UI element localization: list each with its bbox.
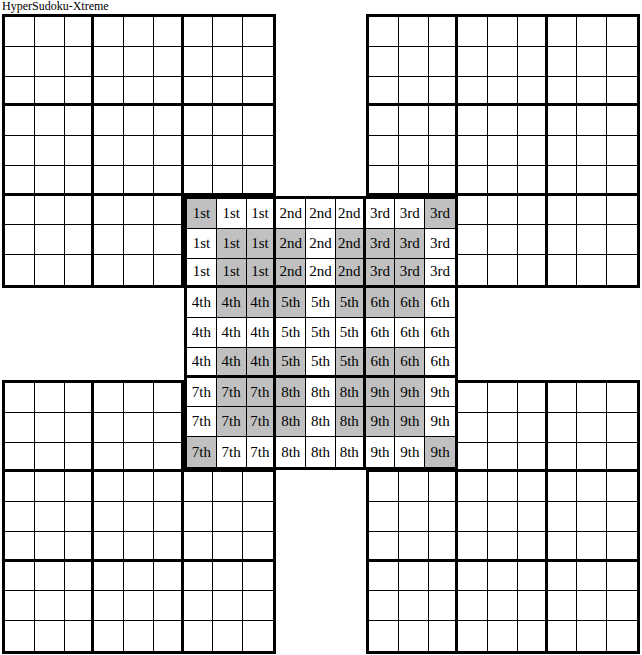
grid-bottom-right-cell-r2c8[interactable] — [577, 413, 607, 443]
grid-center-cell-r8c5[interactable]: 8th — [306, 407, 336, 437]
grid-bottom-right-cell-r8c5[interactable] — [488, 591, 518, 621]
grid-top-right-cell-r7c8[interactable] — [577, 196, 607, 226]
grid-top-left-cell-r2c3[interactable] — [65, 47, 95, 77]
grid-bottom-left-cell-r3c5[interactable] — [124, 443, 154, 473]
grid-center-cell-r6c3[interactable]: 4th — [247, 348, 277, 378]
grid-top-right-cell-r8c9[interactable] — [607, 225, 637, 255]
grid-bottom-left-cell-r7c9[interactable] — [243, 562, 273, 592]
grid-bottom-right-cell-r7c6[interactable] — [518, 562, 548, 592]
grid-top-left-cell-r4c6[interactable] — [154, 106, 184, 136]
grid-center-cell-r6c5[interactable]: 5th — [306, 348, 336, 378]
grid-bottom-right-cell-r3c4[interactable] — [458, 443, 488, 473]
grid-top-right-cell-r8c8[interactable] — [577, 225, 607, 255]
grid-top-left-cell-r3c9[interactable] — [243, 77, 273, 107]
grid-center-cell-r2c7[interactable]: 3rd — [366, 229, 396, 259]
grid-bottom-left-cell-r1c1[interactable] — [5, 383, 35, 413]
grid-top-left-cell-r1c6[interactable] — [154, 17, 184, 47]
grid-bottom-right-cell-r8c8[interactable] — [577, 591, 607, 621]
grid-center-cell-r6c4[interactable]: 5th — [276, 348, 306, 378]
grid-bottom-left-cell-r1c3[interactable] — [65, 383, 95, 413]
grid-center-cell-r8c9[interactable]: 9th — [425, 407, 455, 437]
grid-bottom-right-cell-r5c4[interactable] — [458, 502, 488, 532]
grid-top-right-cell-r3c7[interactable] — [548, 77, 578, 107]
grid-bottom-left-cell-r2c2[interactable] — [35, 413, 65, 443]
grid-bottom-left-cell-r4c4[interactable] — [94, 472, 124, 502]
grid-bottom-left-cell-r5c9[interactable] — [243, 502, 273, 532]
grid-top-right-cell-r3c8[interactable] — [577, 77, 607, 107]
grid-top-right-cell-r1c7[interactable] — [548, 17, 578, 47]
grid-top-right-cell-r6c7[interactable] — [548, 166, 578, 196]
grid-bottom-left-cell-r5c4[interactable] — [94, 502, 124, 532]
grid-bottom-right-cell-r6c2[interactable] — [399, 532, 429, 562]
grid-center-cell-r9c2[interactable]: 7th — [217, 437, 247, 467]
grid-top-right-cell-r1c1[interactable] — [369, 17, 399, 47]
grid-bottom-left-cell-r8c7[interactable] — [184, 591, 214, 621]
grid-top-left-cell-r6c5[interactable] — [124, 166, 154, 196]
grid-top-left-cell-r5c8[interactable] — [213, 136, 243, 166]
grid-top-right-cell-r8c6[interactable] — [518, 225, 548, 255]
grid-top-right-cell-r2c7[interactable] — [548, 47, 578, 77]
grid-bottom-right-cell-r1c7[interactable] — [548, 383, 578, 413]
grid-bottom-right-cell-r3c9[interactable] — [607, 443, 637, 473]
grid-top-right-cell-r5c4[interactable] — [458, 136, 488, 166]
grid-top-left-cell-r8c3[interactable] — [65, 225, 95, 255]
grid-bottom-left-cell-r9c4[interactable] — [94, 621, 124, 651]
grid-center-cell-r6c8[interactable]: 6th — [395, 348, 425, 378]
grid-bottom-right-cell-r9c3[interactable] — [429, 621, 459, 651]
grid-bottom-left-cell-r7c6[interactable] — [154, 562, 184, 592]
grid-bottom-right-cell-r4c8[interactable] — [577, 472, 607, 502]
grid-top-right-cell-r4c9[interactable] — [607, 106, 637, 136]
grid-bottom-left-cell-r3c3[interactable] — [65, 443, 95, 473]
grid-bottom-right-cell-r6c5[interactable] — [488, 532, 518, 562]
grid-center-cell-r5c9[interactable]: 6th — [425, 318, 455, 348]
grid-top-left-cell-r7c1[interactable] — [5, 196, 35, 226]
grid-bottom-right-cell-r2c5[interactable] — [488, 413, 518, 443]
grid-top-left-cell-r4c5[interactable] — [124, 106, 154, 136]
grid-center-cell-r8c4[interactable]: 8th — [276, 407, 306, 437]
grid-bottom-left-cell-r1c6[interactable] — [154, 383, 184, 413]
grid-top-left-cell-r7c5[interactable] — [124, 196, 154, 226]
grid-bottom-right-cell-r7c8[interactable] — [577, 562, 607, 592]
grid-top-left-cell-r1c3[interactable] — [65, 17, 95, 47]
grid-top-right-cell-r3c9[interactable] — [607, 77, 637, 107]
grid-bottom-right-cell-r6c4[interactable] — [458, 532, 488, 562]
grid-bottom-right-cell-r2c4[interactable] — [458, 413, 488, 443]
grid-bottom-left-cell-r9c2[interactable] — [35, 621, 65, 651]
grid-top-right-cell-r4c5[interactable] — [488, 106, 518, 136]
grid-bottom-right-cell-r2c6[interactable] — [518, 413, 548, 443]
grid-bottom-left-cell-r2c6[interactable] — [154, 413, 184, 443]
grid-top-right-cell-r6c6[interactable] — [518, 166, 548, 196]
grid-center-cell-r3c8[interactable]: 3rd — [395, 259, 425, 289]
grid-top-left-cell-r4c9[interactable] — [243, 106, 273, 136]
grid-bottom-left-cell-r8c2[interactable] — [35, 591, 65, 621]
grid-bottom-left-cell-r8c4[interactable] — [94, 591, 124, 621]
grid-top-left-cell-r9c3[interactable] — [65, 255, 95, 285]
grid-top-left-cell-r6c1[interactable] — [5, 166, 35, 196]
grid-bottom-left-cell-r9c7[interactable] — [184, 621, 214, 651]
grid-top-left-cell-r4c3[interactable] — [65, 106, 95, 136]
grid-top-right-cell-r6c4[interactable] — [458, 166, 488, 196]
grid-bottom-left-cell-r7c5[interactable] — [124, 562, 154, 592]
grid-top-left-cell-r9c6[interactable] — [154, 255, 184, 285]
grid-bottom-right-cell-r4c7[interactable] — [548, 472, 578, 502]
grid-center-cell-r7c1[interactable]: 7th — [187, 378, 217, 408]
grid-bottom-right-cell-r9c9[interactable] — [607, 621, 637, 651]
grid-top-left-cell-r9c2[interactable] — [35, 255, 65, 285]
grid-top-left-cell-r3c7[interactable] — [184, 77, 214, 107]
grid-bottom-left-cell-r4c9[interactable] — [243, 472, 273, 502]
grid-top-left-cell-r3c6[interactable] — [154, 77, 184, 107]
grid-center-cell-r5c2[interactable]: 4th — [217, 318, 247, 348]
grid-top-right-cell-r7c5[interactable] — [488, 196, 518, 226]
grid-center-cell-r8c3[interactable]: 7th — [247, 407, 277, 437]
grid-top-left-cell-r3c1[interactable] — [5, 77, 35, 107]
grid-top-right-cell-r6c1[interactable] — [369, 166, 399, 196]
grid-center-cell-r9c1[interactable]: 7th — [187, 437, 217, 467]
grid-top-right-cell-r2c8[interactable] — [577, 47, 607, 77]
grid-bottom-right-cell-r5c5[interactable] — [488, 502, 518, 532]
grid-top-right-cell-r2c1[interactable] — [369, 47, 399, 77]
grid-bottom-right-cell-r1c9[interactable] — [607, 383, 637, 413]
grid-center-cell-r3c6[interactable]: 2nd — [336, 259, 366, 289]
grid-top-left-cell-r8c5[interactable] — [124, 225, 154, 255]
grid-bottom-left-cell-r5c7[interactable] — [184, 502, 214, 532]
grid-bottom-left-cell-r5c3[interactable] — [65, 502, 95, 532]
grid-center-cell-r3c1[interactable]: 1st — [187, 259, 217, 289]
grid-center-cell-r3c3[interactable]: 1st — [247, 259, 277, 289]
grid-top-right-cell-r1c3[interactable] — [429, 17, 459, 47]
grid-top-left-cell-r8c6[interactable] — [154, 225, 184, 255]
grid-bottom-right-cell-r6c9[interactable] — [607, 532, 637, 562]
grid-center-cell-r7c8[interactable]: 9th — [395, 378, 425, 408]
grid-bottom-right-cell-r6c6[interactable] — [518, 532, 548, 562]
grid-top-right-cell-r1c5[interactable] — [488, 17, 518, 47]
grid-bottom-left-cell-r7c2[interactable] — [35, 562, 65, 592]
grid-top-left-cell-r6c6[interactable] — [154, 166, 184, 196]
grid-top-left-cell-r8c1[interactable] — [5, 225, 35, 255]
grid-bottom-left-cell-r7c1[interactable] — [5, 562, 35, 592]
grid-center-cell-r2c2[interactable]: 1st — [217, 229, 247, 259]
grid-top-left-cell-r2c1[interactable] — [5, 47, 35, 77]
grid-top-left-cell-r2c5[interactable] — [124, 47, 154, 77]
grid-bottom-right-cell-r7c9[interactable] — [607, 562, 637, 592]
grid-top-right-cell-r7c9[interactable] — [607, 196, 637, 226]
grid-top-left-cell-r9c5[interactable] — [124, 255, 154, 285]
grid-center-cell-r4c6[interactable]: 5th — [336, 288, 366, 318]
grid-bottom-left-cell-r7c7[interactable] — [184, 562, 214, 592]
grid-bottom-right-cell-r4c9[interactable] — [607, 472, 637, 502]
grid-bottom-right-cell-r2c9[interactable] — [607, 413, 637, 443]
grid-center-cell-r9c3[interactable]: 7th — [247, 437, 277, 467]
grid-center-cell-r1c3[interactable]: 1st — [247, 199, 277, 229]
grid-bottom-left-cell-r4c8[interactable] — [213, 472, 243, 502]
grid-top-right-cell-r3c6[interactable] — [518, 77, 548, 107]
grid-center-cell-r4c8[interactable]: 6th — [395, 288, 425, 318]
grid-top-left-cell-r2c7[interactable] — [184, 47, 214, 77]
grid-top-right-cell-r2c3[interactable] — [429, 47, 459, 77]
grid-center-cell-r6c6[interactable]: 5th — [336, 348, 366, 378]
grid-top-left-cell-r4c7[interactable] — [184, 106, 214, 136]
grid-center-cell-r3c2[interactable]: 1st — [217, 259, 247, 289]
grid-bottom-left-cell-r7c8[interactable] — [213, 562, 243, 592]
grid-top-left-cell-r1c8[interactable] — [213, 17, 243, 47]
grid-bottom-left-cell-r9c8[interactable] — [213, 621, 243, 651]
grid-center-cell-r7c7[interactable]: 9th — [366, 378, 396, 408]
grid-bottom-left-cell-r2c4[interactable] — [94, 413, 124, 443]
grid-top-right-cell-r8c4[interactable] — [458, 225, 488, 255]
grid-top-left-cell-r5c1[interactable] — [5, 136, 35, 166]
grid-top-left-cell-r4c2[interactable] — [35, 106, 65, 136]
grid-bottom-right-cell-r6c8[interactable] — [577, 532, 607, 562]
grid-bottom-left-cell-r9c5[interactable] — [124, 621, 154, 651]
grid-top-left-cell-r2c4[interactable] — [94, 47, 124, 77]
grid-center-cell-r5c8[interactable]: 6th — [395, 318, 425, 348]
grid-bottom-left-cell-r5c2[interactable] — [35, 502, 65, 532]
grid-top-right-cell-r2c2[interactable] — [399, 47, 429, 77]
grid-top-right-cell-r3c1[interactable] — [369, 77, 399, 107]
grid-top-left-cell-r9c1[interactable] — [5, 255, 35, 285]
grid-bottom-right-cell-r9c2[interactable] — [399, 621, 429, 651]
grid-top-right-cell-r6c9[interactable] — [607, 166, 637, 196]
grid-center-cell-r1c9[interactable]: 3rd — [425, 199, 455, 229]
grid-bottom-right-cell-r5c6[interactable] — [518, 502, 548, 532]
grid-bottom-right-cell-r8c3[interactable] — [429, 591, 459, 621]
grid-bottom-left-cell-r9c3[interactable] — [65, 621, 95, 651]
grid-bottom-right-cell-r1c8[interactable] — [577, 383, 607, 413]
grid-bottom-left-cell-r9c1[interactable] — [5, 621, 35, 651]
grid-top-left-cell-r3c3[interactable] — [65, 77, 95, 107]
grid-bottom-left-cell-r6c9[interactable] — [243, 532, 273, 562]
grid-top-left-cell-r4c8[interactable] — [213, 106, 243, 136]
grid-center-cell-r7c6[interactable]: 8th — [336, 378, 366, 408]
grid-center-cell-r4c4[interactable]: 5th — [276, 288, 306, 318]
grid-bottom-left-cell-r6c7[interactable] — [184, 532, 214, 562]
grid-bottom-right-cell-r7c1[interactable] — [369, 562, 399, 592]
grid-center-cell-r7c4[interactable]: 8th — [276, 378, 306, 408]
grid-top-right-cell-r5c7[interactable] — [548, 136, 578, 166]
grid-top-right-cell-r2c9[interactable] — [607, 47, 637, 77]
grid-center-cell-r7c5[interactable]: 8th — [306, 378, 336, 408]
grid-bottom-left-cell-r4c6[interactable] — [154, 472, 184, 502]
grid-center-cell-r6c1[interactable]: 4th — [187, 348, 217, 378]
grid-bottom-left-cell-r4c7[interactable] — [184, 472, 214, 502]
grid-top-left-cell-r6c9[interactable] — [243, 166, 273, 196]
grid-center-cell-r8c2[interactable]: 7th — [217, 407, 247, 437]
grid-center-cell-r1c8[interactable]: 3rd — [395, 199, 425, 229]
grid-top-left-cell-r8c4[interactable] — [94, 225, 124, 255]
grid-bottom-left-cell-r4c2[interactable] — [35, 472, 65, 502]
grid-bottom-left-cell-r4c5[interactable] — [124, 472, 154, 502]
grid-top-right-cell-r3c4[interactable] — [458, 77, 488, 107]
grid-center-cell-r5c7[interactable]: 6th — [366, 318, 396, 348]
grid-top-left-cell-r2c8[interactable] — [213, 47, 243, 77]
grid-top-left-cell-r5c5[interactable] — [124, 136, 154, 166]
grid-bottom-left-cell-r6c3[interactable] — [65, 532, 95, 562]
grid-top-right-cell-r1c9[interactable] — [607, 17, 637, 47]
grid-bottom-left-cell-r7c4[interactable] — [94, 562, 124, 592]
grid-center-cell-r5c5[interactable]: 5th — [306, 318, 336, 348]
grid-top-right-cell-r4c8[interactable] — [577, 106, 607, 136]
grid-top-right-cell-r9c5[interactable] — [488, 255, 518, 285]
grid-center-cell-r2c4[interactable]: 2nd — [276, 229, 306, 259]
grid-center-cell-r5c1[interactable]: 4th — [187, 318, 217, 348]
grid-bottom-right-cell-r1c4[interactable] — [458, 383, 488, 413]
grid-center-cell-r1c7[interactable]: 3rd — [366, 199, 396, 229]
grid-center-cell-r7c9[interactable]: 9th — [425, 378, 455, 408]
grid-center-cell-r2c5[interactable]: 2nd — [306, 229, 336, 259]
grid-center-cell-r4c7[interactable]: 6th — [366, 288, 396, 318]
grid-bottom-right-cell-r5c7[interactable] — [548, 502, 578, 532]
grid-center-cell-r3c5[interactable]: 2nd — [306, 259, 336, 289]
grid-top-right-cell-r9c8[interactable] — [577, 255, 607, 285]
grid-top-left-cell-r1c9[interactable] — [243, 17, 273, 47]
grid-top-right-cell-r4c7[interactable] — [548, 106, 578, 136]
grid-center-cell-r1c6[interactable]: 2nd — [336, 199, 366, 229]
grid-center-cell-r9c6[interactable]: 8th — [336, 437, 366, 467]
grid-center-cell-r7c3[interactable]: 7th — [247, 378, 277, 408]
grid-bottom-right-cell-r9c5[interactable] — [488, 621, 518, 651]
grid-top-right-cell-r7c7[interactable] — [548, 196, 578, 226]
grid-top-right-cell-r7c6[interactable] — [518, 196, 548, 226]
grid-center-cell-r1c1[interactable]: 1st — [187, 199, 217, 229]
grid-center-cell-r8c7[interactable]: 9th — [366, 407, 396, 437]
grid-bottom-right-cell-r9c7[interactable] — [548, 621, 578, 651]
grid-bottom-left-cell-r3c1[interactable] — [5, 443, 35, 473]
grid-bottom-right-cell-r5c8[interactable] — [577, 502, 607, 532]
grid-top-left-cell-r7c6[interactable] — [154, 196, 184, 226]
grid-bottom-right-cell-r8c9[interactable] — [607, 591, 637, 621]
grid-top-left-cell-r5c4[interactable] — [94, 136, 124, 166]
grid-bottom-left-cell-r8c8[interactable] — [213, 591, 243, 621]
grid-bottom-right-cell-r4c4[interactable] — [458, 472, 488, 502]
grid-top-right-cell-r4c4[interactable] — [458, 106, 488, 136]
grid-top-left-cell-r2c6[interactable] — [154, 47, 184, 77]
grid-bottom-right-cell-r7c2[interactable] — [399, 562, 429, 592]
grid-top-left-cell-r7c2[interactable] — [35, 196, 65, 226]
grid-top-left-cell-r3c4[interactable] — [94, 77, 124, 107]
grid-top-right-cell-r5c9[interactable] — [607, 136, 637, 166]
grid-top-right-cell-r7c4[interactable] — [458, 196, 488, 226]
grid-top-right-cell-r5c5[interactable] — [488, 136, 518, 166]
grid-center-cell-r4c3[interactable]: 4th — [247, 288, 277, 318]
grid-center-cell-r6c2[interactable]: 4th — [217, 348, 247, 378]
grid-bottom-right-cell-r6c3[interactable] — [429, 532, 459, 562]
grid-bottom-right-cell-r7c5[interactable] — [488, 562, 518, 592]
grid-bottom-left-cell-r2c3[interactable] — [65, 413, 95, 443]
grid-bottom-right-cell-r9c1[interactable] — [369, 621, 399, 651]
grid-top-right-cell-r9c7[interactable] — [548, 255, 578, 285]
grid-top-right-cell-r8c5[interactable] — [488, 225, 518, 255]
grid-bottom-left-cell-r2c5[interactable] — [124, 413, 154, 443]
grid-center-cell-r2c6[interactable]: 2nd — [336, 229, 366, 259]
grid-top-left-cell-r5c2[interactable] — [35, 136, 65, 166]
grid-bottom-left-cell-r8c1[interactable] — [5, 591, 35, 621]
grid-top-left-cell-r1c7[interactable] — [184, 17, 214, 47]
grid-center-cell-r9c7[interactable]: 9th — [366, 437, 396, 467]
grid-top-right-cell-r4c2[interactable] — [399, 106, 429, 136]
grid-bottom-left-cell-r1c2[interactable] — [35, 383, 65, 413]
grid-center-cell-r8c1[interactable]: 7th — [187, 407, 217, 437]
grid-bottom-left-cell-r3c2[interactable] — [35, 443, 65, 473]
grid-top-left-cell-r1c5[interactable] — [124, 17, 154, 47]
grid-top-right-cell-r9c6[interactable] — [518, 255, 548, 285]
grid-bottom-left-cell-r4c1[interactable] — [5, 472, 35, 502]
grid-bottom-right-cell-r6c1[interactable] — [369, 532, 399, 562]
grid-bottom-left-cell-r4c3[interactable] — [65, 472, 95, 502]
grid-center-cell-r5c6[interactable]: 5th — [336, 318, 366, 348]
grid-bottom-right-cell-r8c2[interactable] — [399, 591, 429, 621]
grid-bottom-right-cell-r6c7[interactable] — [548, 532, 578, 562]
grid-top-right-cell-r5c1[interactable] — [369, 136, 399, 166]
grid-bottom-left-cell-r1c5[interactable] — [124, 383, 154, 413]
grid-bottom-right-cell-r3c5[interactable] — [488, 443, 518, 473]
grid-bottom-left-cell-r6c4[interactable] — [94, 532, 124, 562]
grid-bottom-right-cell-r1c6[interactable] — [518, 383, 548, 413]
grid-center-cell-r1c5[interactable]: 2nd — [306, 199, 336, 229]
grid-bottom-right-cell-r3c6[interactable] — [518, 443, 548, 473]
grid-center-cell-r2c9[interactable]: 3rd — [425, 229, 455, 259]
grid-bottom-left-cell-r7c3[interactable] — [65, 562, 95, 592]
grid-bottom-left-cell-r9c6[interactable] — [154, 621, 184, 651]
grid-top-left-cell-r4c1[interactable] — [5, 106, 35, 136]
grid-bottom-right-cell-r7c3[interactable] — [429, 562, 459, 592]
grid-bottom-right-cell-r4c5[interactable] — [488, 472, 518, 502]
grid-top-left-cell-r3c8[interactable] — [213, 77, 243, 107]
grid-bottom-right-cell-r7c7[interactable] — [548, 562, 578, 592]
grid-top-left-cell-r6c3[interactable] — [65, 166, 95, 196]
grid-top-left-cell-r5c7[interactable] — [184, 136, 214, 166]
grid-bottom-left-cell-r6c1[interactable] — [5, 532, 35, 562]
grid-top-right-cell-r2c4[interactable] — [458, 47, 488, 77]
grid-bottom-right-cell-r4c1[interactable] — [369, 472, 399, 502]
grid-center-cell-r1c4[interactable]: 2nd — [276, 199, 306, 229]
grid-bottom-left-cell-r6c8[interactable] — [213, 532, 243, 562]
grid-bottom-left-cell-r8c5[interactable] — [124, 591, 154, 621]
grid-top-left-cell-r7c3[interactable] — [65, 196, 95, 226]
grid-top-right-cell-r6c2[interactable] — [399, 166, 429, 196]
grid-bottom-left-cell-r8c6[interactable] — [154, 591, 184, 621]
grid-bottom-left-cell-r8c3[interactable] — [65, 591, 95, 621]
grid-top-left-cell-r6c4[interactable] — [94, 166, 124, 196]
grid-bottom-right-cell-r7c4[interactable] — [458, 562, 488, 592]
grid-bottom-left-cell-r6c5[interactable] — [124, 532, 154, 562]
grid-bottom-left-cell-r1c4[interactable] — [94, 383, 124, 413]
grid-top-right-cell-r4c1[interactable] — [369, 106, 399, 136]
grid-top-right-cell-r1c4[interactable] — [458, 17, 488, 47]
grid-top-left-cell-r1c4[interactable] — [94, 17, 124, 47]
grid-top-left-cell-r1c2[interactable] — [35, 17, 65, 47]
grid-top-right-cell-r6c3[interactable] — [429, 166, 459, 196]
grid-center-cell-r3c7[interactable]: 3rd — [366, 259, 396, 289]
grid-center-cell-r3c9[interactable]: 3rd — [425, 259, 455, 289]
grid-bottom-right-cell-r3c7[interactable] — [548, 443, 578, 473]
grid-center-cell-r1c2[interactable]: 1st — [217, 199, 247, 229]
grid-top-right-cell-r2c5[interactable] — [488, 47, 518, 77]
grid-top-right-cell-r4c6[interactable] — [518, 106, 548, 136]
grid-top-left-cell-r9c4[interactable] — [94, 255, 124, 285]
grid-center-cell-r2c8[interactable]: 3rd — [395, 229, 425, 259]
grid-top-right-cell-r1c8[interactable] — [577, 17, 607, 47]
grid-center-cell-r4c9[interactable]: 6th — [425, 288, 455, 318]
grid-top-left-cell-r7c4[interactable] — [94, 196, 124, 226]
grid-bottom-left-cell-r9c9[interactable] — [243, 621, 273, 651]
grid-bottom-right-cell-r5c2[interactable] — [399, 502, 429, 532]
grid-center-cell-r2c1[interactable]: 1st — [187, 229, 217, 259]
grid-center-cell-r5c4[interactable]: 5th — [276, 318, 306, 348]
grid-top-left-cell-r3c2[interactable] — [35, 77, 65, 107]
